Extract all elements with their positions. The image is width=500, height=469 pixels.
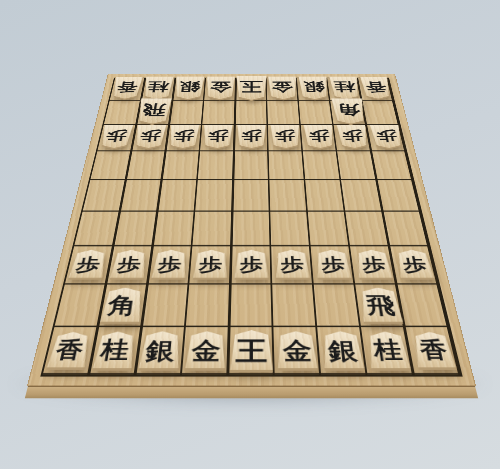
piece-gote-knight[interactable]: 桂 (142, 77, 175, 99)
piece-kanji: 金 (272, 81, 294, 93)
piece-kanji: 桂 (333, 81, 356, 93)
piece-tile: 桂 (142, 77, 175, 99)
piece-tile: 角 (331, 99, 368, 124)
piece-tile: 歩 (98, 125, 133, 148)
piece-kanji: 銀 (327, 339, 358, 363)
piece-sente-knight[interactable]: 桂 (92, 332, 137, 369)
piece-kanji: 飛 (142, 103, 167, 117)
piece-tile: 歩 (315, 250, 352, 278)
piece-tile: 歩 (336, 125, 370, 148)
piece-sente-lance[interactable]: 香 (46, 332, 92, 368)
piece-kanji: 香 (53, 340, 85, 362)
piece-kanji: 歩 (321, 256, 346, 273)
piece-tile: 金 (267, 76, 298, 99)
piece-tile: 香 (46, 332, 92, 368)
piece-gote-rook[interactable]: 飛 (136, 99, 173, 124)
piece-kanji: 金 (191, 339, 221, 363)
piece-tile: 歩 (275, 250, 311, 278)
piece-gote-pawn[interactable]: 歩 (336, 125, 370, 148)
piece-kanji: 歩 (207, 129, 228, 142)
piece-tile: 歩 (395, 250, 436, 278)
piece-kanji: 歩 (401, 256, 428, 273)
piece-kanji: 歩 (341, 129, 364, 142)
piece-tile: 香 (360, 77, 393, 99)
piece-tile: 歩 (151, 250, 188, 278)
piece-kanji: 香 (364, 81, 387, 93)
piece-tile: 歩 (369, 125, 404, 148)
piece-sente-pawn[interactable]: 歩 (355, 250, 394, 278)
piece-gote-knight[interactable]: 桂 (329, 77, 362, 99)
piece-tile: 金 (205, 76, 236, 99)
piece-tile: 銀 (321, 331, 365, 368)
piece-sente-pawn[interactable]: 歩 (193, 250, 229, 278)
board-side-edge (25, 386, 478, 398)
piece-kanji: 歩 (361, 256, 387, 273)
piece-kanji: 金 (282, 339, 312, 363)
piece-gote-pawn[interactable]: 歩 (98, 125, 133, 148)
piece-tile: 歩 (167, 125, 200, 148)
piece-kanji: 歩 (116, 256, 142, 273)
piece-gote-pawn[interactable]: 歩 (133, 125, 167, 148)
photo-scene: 香桂銀金玉金銀桂香飛角歩歩歩歩歩歩歩歩歩歩歩歩歩歩歩歩歩歩角飛香桂銀金王金銀桂香 (0, 0, 500, 469)
piece-tile: 歩 (202, 125, 233, 148)
piece-tile: 歩 (355, 250, 394, 278)
piece-kanji: 歩 (275, 129, 296, 142)
piece-kanji: 歩 (280, 256, 304, 273)
piece-gote-silver[interactable]: 銀 (173, 76, 205, 99)
piece-sente-gold[interactable]: 金 (276, 331, 318, 368)
piece-kanji: 王 (235, 338, 267, 364)
piece-kanji: 銀 (145, 339, 176, 363)
piece-sente-bishop[interactable]: 角 (99, 288, 144, 322)
piece-kanji: 歩 (139, 129, 162, 142)
piece-kanji: 歩 (308, 129, 330, 142)
piece-sente-pawn[interactable]: 歩 (68, 250, 109, 278)
piece-tile: 金 (184, 331, 226, 368)
piece-sente-pawn[interactable]: 歩 (315, 250, 352, 278)
piece-sente-pawn[interactable]: 歩 (109, 250, 148, 278)
piece-kanji: 金 (209, 81, 231, 93)
piece-gote-pawn[interactable]: 歩 (303, 125, 336, 148)
piece-tile: 歩 (270, 125, 301, 148)
piece-tile: 金 (276, 331, 318, 368)
piece-tile: 歩 (193, 250, 229, 278)
piece-tile: 飛 (136, 99, 173, 124)
piece-sente-king[interactable]: 王 (229, 330, 273, 370)
piece-tile: 銀 (138, 331, 182, 368)
piece-sente-pawn[interactable]: 歩 (275, 250, 311, 278)
shogi-board: 香桂銀金玉金銀桂香飛角歩歩歩歩歩歩歩歩歩歩歩歩歩歩歩歩歩歩角飛香桂銀金王金銀桂香 (27, 74, 476, 386)
piece-kanji: 銀 (178, 81, 201, 93)
piece-sente-pawn[interactable]: 歩 (234, 250, 269, 278)
piece-gote-gold[interactable]: 金 (267, 76, 298, 99)
piece-sente-silver[interactable]: 銀 (321, 331, 365, 368)
piece-tile: 飛 (358, 288, 403, 322)
piece-gote-pawn[interactable]: 歩 (369, 125, 404, 148)
piece-tile: 銀 (298, 76, 330, 99)
piece-sente-knight[interactable]: 桂 (366, 332, 411, 369)
piece-kanji: 香 (116, 81, 139, 93)
piece-tile: 玉 (235, 76, 268, 100)
piece-gote-lance[interactable]: 香 (360, 77, 393, 99)
piece-kanji: 歩 (241, 129, 262, 142)
piece-gote-lance[interactable]: 香 (110, 77, 143, 99)
piece-kanji: 香 (418, 340, 450, 362)
piece-kanji: 桂 (372, 339, 404, 362)
piece-kanji: 角 (106, 294, 138, 316)
piece-tile: 桂 (366, 332, 411, 369)
piece-gote-king[interactable]: 玉 (235, 76, 268, 100)
piece-tile: 歩 (133, 125, 167, 148)
piece-tile: 王 (229, 330, 273, 370)
piece-kanji: 歩 (240, 256, 263, 273)
piece-tile: 香 (110, 77, 143, 99)
piece-sente-gold[interactable]: 金 (184, 331, 226, 368)
piece-gote-pawn[interactable]: 歩 (270, 125, 301, 148)
piece-tile: 桂 (92, 332, 137, 369)
piece-tile: 桂 (329, 77, 362, 99)
piece-kanji: 歩 (105, 129, 128, 142)
piece-sente-silver[interactable]: 銀 (138, 331, 182, 368)
piece-gote-pawn[interactable]: 歩 (167, 125, 200, 148)
piece-tile: 銀 (173, 76, 205, 99)
piece-gote-silver[interactable]: 銀 (298, 76, 330, 99)
piece-tile: 歩 (68, 250, 109, 278)
piece-kanji: 桂 (147, 81, 170, 93)
piece-kanji: 歩 (173, 129, 195, 142)
piece-gote-pawn[interactable]: 歩 (236, 125, 267, 148)
piece-tile: 歩 (303, 125, 336, 148)
piece-kanji: 歩 (75, 256, 102, 273)
piece-sente-pawn[interactable]: 歩 (151, 250, 188, 278)
piece-sente-pawn[interactable]: 歩 (395, 250, 436, 278)
piece-gote-bishop[interactable]: 角 (331, 99, 368, 124)
piece-kanji: 銀 (302, 81, 325, 93)
piece-kanji: 歩 (157, 256, 182, 273)
piece-tile: 歩 (236, 125, 267, 148)
piece-kanji: 歩 (375, 129, 398, 142)
piece-sente-rook[interactable]: 飛 (358, 288, 403, 322)
piece-kanji: 桂 (99, 339, 131, 362)
piece-tile: 歩 (109, 250, 148, 278)
piece-kanji: 歩 (199, 256, 223, 273)
piece-kanji: 飛 (365, 294, 397, 316)
piece-gote-pawn[interactable]: 歩 (202, 125, 233, 148)
piece-gote-gold[interactable]: 金 (205, 76, 236, 99)
piece-tile: 角 (99, 288, 144, 322)
piece-kanji: 玉 (240, 80, 264, 93)
piece-tile: 歩 (234, 250, 269, 278)
piece-kanji: 角 (336, 103, 361, 117)
